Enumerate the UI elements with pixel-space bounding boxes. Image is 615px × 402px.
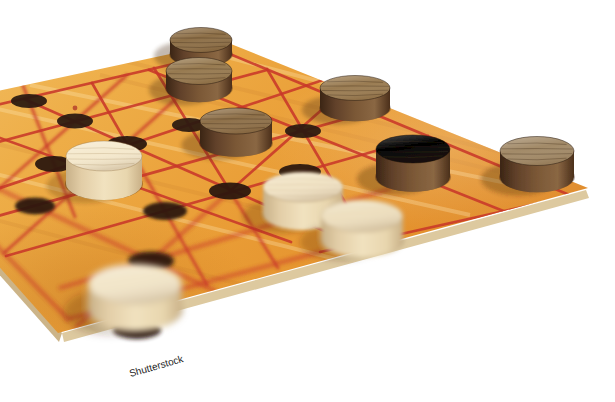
piece-dark-5[interactable] [481,137,575,196]
board-scene [0,0,615,402]
board-point-dot [209,183,251,200]
board-point-dot [143,202,187,220]
board-photo-canvas: Shutterstock [0,0,615,402]
board-point-dot [15,198,55,215]
board-point-dot [285,124,321,138]
board-point-dot [57,114,93,129]
wood-knot [73,106,78,111]
board-point-dot [11,94,47,108]
